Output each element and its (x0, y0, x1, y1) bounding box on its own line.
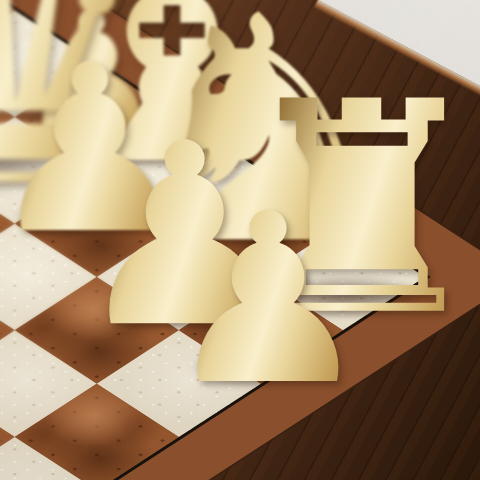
pieces-layer: ♟♝♛♟♞♜♟♟ (0, 0, 480, 480)
chess-photo-scene: ♟♝♛♟♞♜♟♟ (0, 0, 480, 480)
piece-brass-pawn-h2: ♟ (163, 182, 374, 417)
